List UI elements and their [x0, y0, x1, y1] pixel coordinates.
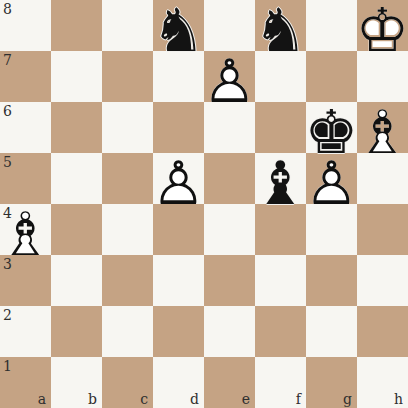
square-d4[interactable]: [153, 204, 204, 255]
coord-rank-1: 1: [3, 359, 12, 373]
white-pawn-outline-glyph: ♙: [306, 157, 357, 208]
square-b3[interactable]: [51, 255, 102, 306]
coord-file-d: d: [190, 392, 199, 406]
square-g7[interactable]: [306, 51, 357, 102]
square-e7[interactable]: ♟♙: [204, 51, 255, 102]
square-g2[interactable]: [306, 306, 357, 357]
square-c7[interactable]: [102, 51, 153, 102]
square-h2[interactable]: [357, 306, 408, 357]
square-c1[interactable]: c: [102, 357, 153, 408]
white-king-fill-glyph: ♚: [357, 4, 408, 55]
square-c2[interactable]: [102, 306, 153, 357]
coord-rank-4: 4: [3, 206, 12, 220]
square-f5[interactable]: ♝: [255, 153, 306, 204]
square-b1[interactable]: b: [51, 357, 102, 408]
coord-rank-5: 5: [3, 155, 12, 169]
square-f6[interactable]: [255, 102, 306, 153]
square-a7[interactable]: 7: [0, 51, 51, 102]
white-pawn[interactable]: ♟♙: [306, 153, 357, 204]
square-h8[interactable]: ♚♔: [357, 0, 408, 51]
square-a3[interactable]: 3: [0, 255, 51, 306]
square-d8[interactable]: ♞: [153, 0, 204, 51]
square-e5[interactable]: [204, 153, 255, 204]
black-bishop-glyph: ♝: [255, 157, 306, 208]
coord-rank-2: 2: [3, 308, 12, 322]
square-d2[interactable]: [153, 306, 204, 357]
square-f2[interactable]: [255, 306, 306, 357]
coord-file-g: g: [343, 392, 352, 406]
square-a2[interactable]: 2: [0, 306, 51, 357]
square-c6[interactable]: [102, 102, 153, 153]
square-g5[interactable]: ♟♙: [306, 153, 357, 204]
square-e1[interactable]: e: [204, 357, 255, 408]
white-pawn-outline-glyph: ♙: [204, 55, 255, 106]
square-d7[interactable]: [153, 51, 204, 102]
square-g4[interactable]: [306, 204, 357, 255]
white-pawn[interactable]: ♟♙: [204, 51, 255, 102]
square-e6[interactable]: [204, 102, 255, 153]
white-king-outline-glyph: ♔: [357, 4, 408, 55]
square-c5[interactable]: [102, 153, 153, 204]
square-f8[interactable]: ♞: [255, 0, 306, 51]
white-pawn[interactable]: ♟♙: [153, 153, 204, 204]
square-h6[interactable]: ♝♗: [357, 102, 408, 153]
square-a8[interactable]: 8: [0, 0, 51, 51]
square-g6[interactable]: ♚: [306, 102, 357, 153]
square-c4[interactable]: [102, 204, 153, 255]
white-pawn-outline-glyph: ♙: [153, 157, 204, 208]
square-a1[interactable]: 1a: [0, 357, 51, 408]
square-a6[interactable]: 6: [0, 102, 51, 153]
square-d6[interactable]: [153, 102, 204, 153]
square-c8[interactable]: [102, 0, 153, 51]
white-bishop-fill-glyph: ♝: [357, 106, 408, 157]
square-g1[interactable]: g: [306, 357, 357, 408]
black-king-glyph: ♚: [306, 106, 357, 157]
chess-diagram: 8♞♞♚♔7♟♙6♚♝♗5♟♙♝♟♙4♝♗321abcdefgh: [0, 0, 408, 408]
square-a5[interactable]: 5: [0, 153, 51, 204]
black-knight-glyph: ♞: [153, 4, 204, 55]
square-h1[interactable]: h: [357, 357, 408, 408]
white-king[interactable]: ♚♔: [357, 0, 408, 51]
black-knight[interactable]: ♞: [255, 0, 306, 51]
white-pawn-fill-glyph: ♟: [204, 55, 255, 106]
black-bishop[interactable]: ♝: [255, 153, 306, 204]
square-h7[interactable]: [357, 51, 408, 102]
black-king[interactable]: ♚: [306, 102, 357, 153]
square-d3[interactable]: [153, 255, 204, 306]
square-e3[interactable]: [204, 255, 255, 306]
coord-file-e: e: [242, 392, 250, 406]
coord-file-b: b: [88, 392, 97, 406]
square-b7[interactable]: [51, 51, 102, 102]
square-d5[interactable]: ♟♙: [153, 153, 204, 204]
coord-file-c: c: [140, 392, 148, 406]
square-e4[interactable]: [204, 204, 255, 255]
coord-file-h: h: [394, 392, 403, 406]
square-f3[interactable]: [255, 255, 306, 306]
square-c3[interactable]: [102, 255, 153, 306]
square-g3[interactable]: [306, 255, 357, 306]
coord-rank-7: 7: [3, 53, 12, 67]
square-h4[interactable]: [357, 204, 408, 255]
square-f4[interactable]: [255, 204, 306, 255]
white-pawn-fill-glyph: ♟: [306, 157, 357, 208]
square-b6[interactable]: [51, 102, 102, 153]
square-b2[interactable]: [51, 306, 102, 357]
square-b8[interactable]: [51, 0, 102, 51]
square-h5[interactable]: [357, 153, 408, 204]
square-d1[interactable]: d: [153, 357, 204, 408]
black-knight[interactable]: ♞: [153, 0, 204, 51]
square-e8[interactable]: [204, 0, 255, 51]
coord-rank-8: 8: [3, 2, 12, 16]
coord-file-a: a: [38, 392, 46, 406]
white-bishop-outline-glyph: ♗: [357, 106, 408, 157]
square-a4[interactable]: 4♝♗: [0, 204, 51, 255]
square-h3[interactable]: [357, 255, 408, 306]
chess-board: 8♞♞♚♔7♟♙6♚♝♗5♟♙♝♟♙4♝♗321abcdefgh: [0, 0, 408, 408]
square-b4[interactable]: [51, 204, 102, 255]
square-e2[interactable]: [204, 306, 255, 357]
square-f7[interactable]: [255, 51, 306, 102]
square-g8[interactable]: [306, 0, 357, 51]
square-f1[interactable]: f: [255, 357, 306, 408]
white-bishop[interactable]: ♝♗: [357, 102, 408, 153]
square-b5[interactable]: [51, 153, 102, 204]
white-pawn-fill-glyph: ♟: [153, 157, 204, 208]
coord-rank-3: 3: [3, 257, 12, 271]
black-knight-glyph: ♞: [255, 4, 306, 55]
coord-rank-6: 6: [3, 104, 12, 118]
coord-file-f: f: [296, 392, 301, 406]
